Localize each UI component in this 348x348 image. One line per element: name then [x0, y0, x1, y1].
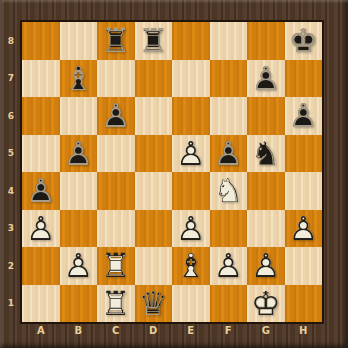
piece-white-rook[interactable]: ♜ [97, 247, 135, 285]
square-f1[interactable] [210, 285, 248, 323]
square-b7[interactable]: ♝ [60, 60, 98, 98]
chess-app: 87654321 ABCDEFGH ♜♜♚♝♟♟♟♟♟♟♞♟♞♟♟♟♟♜♝♟♟♜… [0, 0, 348, 348]
file-label-b: B [60, 322, 98, 339]
square-a1[interactable] [22, 285, 60, 323]
square-c2[interactable]: ♜ [97, 247, 135, 285]
piece-black-pawn[interactable]: ♟ [247, 60, 285, 98]
square-d5[interactable] [135, 135, 173, 173]
square-d8[interactable]: ♜ [135, 22, 173, 60]
square-b5[interactable]: ♟ [60, 135, 98, 173]
square-g5[interactable]: ♞ [247, 135, 285, 173]
square-f3[interactable] [210, 210, 248, 248]
piece-white-bishop[interactable]: ♝ [172, 247, 210, 285]
square-h3[interactable]: ♟ [285, 210, 323, 248]
square-d6[interactable] [135, 97, 173, 135]
square-f8[interactable] [210, 22, 248, 60]
piece-black-bishop[interactable]: ♝ [60, 60, 98, 98]
square-g8[interactable] [247, 22, 285, 60]
piece-black-queen[interactable]: ♛ [135, 285, 173, 323]
rank-label-7: 7 [0, 60, 22, 98]
square-h4[interactable] [285, 172, 323, 210]
piece-black-rook[interactable]: ♜ [135, 22, 173, 60]
piece-white-pawn[interactable]: ♟ [210, 247, 248, 285]
square-h6[interactable]: ♟ [285, 97, 323, 135]
square-a8[interactable] [22, 22, 60, 60]
square-g1[interactable]: ♚ [247, 285, 285, 323]
file-label-e: E [172, 322, 210, 339]
piece-black-pawn[interactable]: ♟ [22, 172, 60, 210]
piece-black-pawn[interactable]: ♟ [285, 97, 323, 135]
square-b3[interactable] [60, 210, 98, 248]
square-h7[interactable] [285, 60, 323, 98]
rank-label-1: 1 [0, 285, 22, 323]
square-d1[interactable]: ♛ [135, 285, 173, 323]
square-a4[interactable]: ♟ [22, 172, 60, 210]
square-d4[interactable] [135, 172, 173, 210]
rank-label-8: 8 [0, 22, 22, 60]
piece-black-pawn[interactable]: ♟ [97, 97, 135, 135]
square-d3[interactable] [135, 210, 173, 248]
square-b2[interactable]: ♟ [60, 247, 98, 285]
square-b4[interactable] [60, 172, 98, 210]
square-e6[interactable] [172, 97, 210, 135]
square-c1[interactable]: ♜ [97, 285, 135, 323]
file-label-d: D [135, 322, 173, 339]
file-label-c: C [97, 322, 135, 339]
square-e5[interactable]: ♟ [172, 135, 210, 173]
square-h2[interactable] [285, 247, 323, 285]
square-a3[interactable]: ♟ [22, 210, 60, 248]
piece-white-pawn[interactable]: ♟ [22, 210, 60, 248]
square-e3[interactable]: ♟ [172, 210, 210, 248]
square-c7[interactable] [97, 60, 135, 98]
square-c4[interactable] [97, 172, 135, 210]
square-g2[interactable]: ♟ [247, 247, 285, 285]
rank-label-2: 2 [0, 247, 22, 285]
square-d7[interactable] [135, 60, 173, 98]
square-d2[interactable] [135, 247, 173, 285]
square-h5[interactable] [285, 135, 323, 173]
square-g3[interactable] [247, 210, 285, 248]
piece-white-pawn[interactable]: ♟ [247, 247, 285, 285]
square-g6[interactable] [247, 97, 285, 135]
square-c5[interactable] [97, 135, 135, 173]
rank-label-4: 4 [0, 172, 22, 210]
rank-label-6: 6 [0, 97, 22, 135]
piece-white-rook[interactable]: ♜ [97, 285, 135, 323]
piece-black-pawn[interactable]: ♟ [60, 135, 98, 173]
square-f5[interactable]: ♟ [210, 135, 248, 173]
square-b8[interactable] [60, 22, 98, 60]
file-label-g: G [247, 322, 285, 339]
file-label-f: F [210, 322, 248, 339]
piece-white-king[interactable]: ♚ [247, 285, 285, 323]
square-g7[interactable]: ♟ [247, 60, 285, 98]
square-c6[interactable]: ♟ [97, 97, 135, 135]
file-label-a: A [22, 322, 60, 339]
square-g4[interactable] [247, 172, 285, 210]
piece-black-king[interactable]: ♚ [285, 22, 323, 60]
square-h8[interactable]: ♚ [285, 22, 323, 60]
square-f6[interactable] [210, 97, 248, 135]
square-h1[interactable] [285, 285, 323, 323]
square-e7[interactable] [172, 60, 210, 98]
square-a6[interactable] [22, 97, 60, 135]
square-a5[interactable] [22, 135, 60, 173]
piece-black-knight[interactable]: ♞ [247, 135, 285, 173]
piece-white-pawn[interactable]: ♟ [60, 247, 98, 285]
chessboard[interactable]: ♜♜♚♝♟♟♟♟♟♟♞♟♞♟♟♟♟♜♝♟♟♜♛♚ [22, 22, 322, 322]
piece-black-pawn[interactable]: ♟ [210, 135, 248, 173]
square-e1[interactable] [172, 285, 210, 323]
square-f2[interactable]: ♟ [210, 247, 248, 285]
file-labels: ABCDEFGH [22, 322, 322, 339]
file-label-h: H [285, 322, 323, 339]
square-b1[interactable] [60, 285, 98, 323]
square-b6[interactable] [60, 97, 98, 135]
square-e4[interactable] [172, 172, 210, 210]
square-f4[interactable]: ♞ [210, 172, 248, 210]
piece-white-knight[interactable]: ♞ [210, 172, 248, 210]
piece-white-pawn[interactable]: ♟ [285, 210, 323, 248]
piece-white-pawn[interactable]: ♟ [172, 135, 210, 173]
piece-black-rook[interactable]: ♜ [97, 22, 135, 60]
square-f7[interactable] [210, 60, 248, 98]
rank-label-3: 3 [0, 210, 22, 248]
square-a2[interactable] [22, 247, 60, 285]
rank-label-5: 5 [0, 135, 22, 173]
square-e8[interactable] [172, 22, 210, 60]
square-e2[interactable]: ♝ [172, 247, 210, 285]
rank-labels: 87654321 [0, 22, 22, 322]
square-a7[interactable] [22, 60, 60, 98]
square-c8[interactable]: ♜ [97, 22, 135, 60]
piece-white-pawn[interactable]: ♟ [172, 210, 210, 248]
square-c3[interactable] [97, 210, 135, 248]
